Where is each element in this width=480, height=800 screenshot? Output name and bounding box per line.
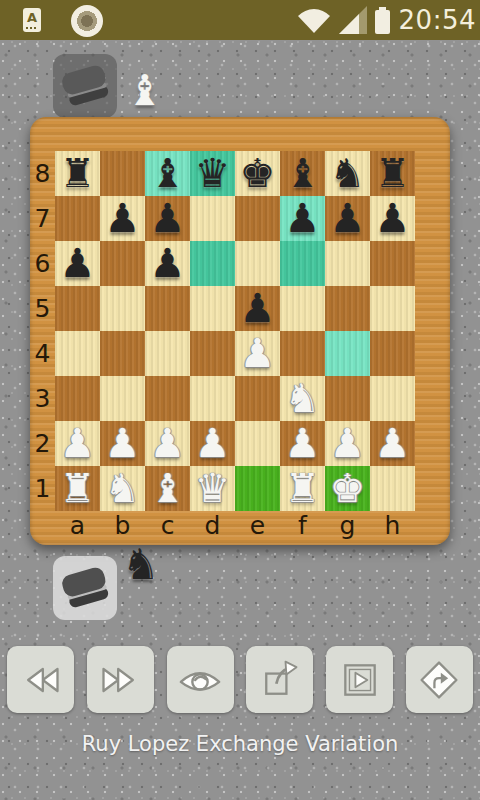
square-g7[interactable]: ♟ [325,196,370,241]
square-d2[interactable]: ♟ [190,421,235,466]
white-knight-f3: ♞ [285,376,321,421]
square-b4[interactable] [100,331,145,376]
black-pawn-g7: ♟ [330,196,366,241]
fast-forward-icon [98,658,142,702]
captured-by-white: ♞ [122,542,160,588]
square-a8[interactable]: ♜ [55,151,100,196]
square-c7[interactable]: ♟ [145,196,190,241]
square-e3[interactable] [235,376,280,421]
square-d6[interactable] [190,241,235,286]
file-label-c: c [145,511,190,541]
square-h3[interactable] [370,376,415,421]
square-g1[interactable]: ♚ [325,466,370,511]
black-pawn-a6: ♟ [60,241,96,286]
rank-label-5: 5 [30,286,55,331]
wifi-icon [296,5,332,35]
square-f5[interactable] [280,286,325,331]
white-bishop-c1: ♝ [150,466,186,511]
black-pawn-c6: ♟ [150,241,186,286]
square-f1[interactable]: ♜ [280,466,325,511]
square-d1[interactable]: ♛ [190,466,235,511]
keyboard-badge-icon: A [23,8,41,32]
square-d7[interactable] [190,196,235,241]
square-f4[interactable] [280,331,325,376]
file-labels: abcdefgh [55,511,415,541]
file-label-f: f [280,511,325,541]
square-f7[interactable]: ♟ [280,196,325,241]
square-g6[interactable] [325,241,370,286]
board-squares: ♜♝♛♚♝♞♜♟♟♟♟♟♟♟♟♟♞♟♟♟♟♟♟♟♜♞♝♛♜♚ [55,151,415,511]
captured-by-black: ♝ [126,68,164,114]
square-a3[interactable] [55,376,100,421]
table-background: ♝ 87654321 ♜♝♛♚♝♞♜♟♟♟♟♟♟♟♟♟♞♟♟♟♟♟♟♟♜♞♝♛♜… [0,40,480,800]
status-bar: A 20:54 [0,0,480,40]
cell-signal-icon [338,5,368,35]
play-icon [338,658,382,702]
square-h2[interactable]: ♟ [370,421,415,466]
rank-label-8: 8 [30,151,55,196]
turn-right-sign-icon [417,658,461,702]
square-h4[interactable] [370,331,415,376]
square-d4[interactable] [190,331,235,376]
share-button[interactable] [246,646,313,713]
square-h8[interactable]: ♜ [370,151,415,196]
square-e5[interactable]: ♟ [235,286,280,331]
square-e7[interactable] [235,196,280,241]
rank-label-1: 1 [30,466,55,511]
square-b1[interactable]: ♞ [100,466,145,511]
square-e6[interactable] [235,241,280,286]
white-opening-book-icon [53,556,117,620]
square-c1[interactable]: ♝ [145,466,190,511]
black-pawn-e5: ♟ [240,286,276,331]
captured-white-bishop: ♝ [126,66,164,115]
square-g8[interactable]: ♞ [325,151,370,196]
opening-name: Ruy Lopez Exchange Variation [0,732,480,756]
square-g3[interactable] [325,376,370,421]
square-c4[interactable] [145,331,190,376]
show-hint-button[interactable] [167,646,234,713]
fast-forward-button[interactable] [87,646,154,713]
rewind-button[interactable] [7,646,74,713]
square-a1[interactable]: ♜ [55,466,100,511]
clock-time: 20:54 [399,5,476,35]
square-h5[interactable] [370,286,415,331]
square-c2[interactable]: ♟ [145,421,190,466]
book-icon [53,556,117,620]
white-pawn-e4: ♟ [240,331,276,376]
square-f6[interactable] [280,241,325,286]
square-d3[interactable] [190,376,235,421]
square-a7[interactable] [55,196,100,241]
square-h6[interactable] [370,241,415,286]
square-a4[interactable] [55,331,100,376]
white-rook-f1: ♜ [285,466,321,511]
white-queen-d1: ♛ [195,466,231,511]
chess-app: A 20:54 [0,0,480,800]
keyboard-badge-letter: A [27,10,37,25]
black-rook-a8: ♜ [60,151,96,196]
square-b3[interactable] [100,376,145,421]
book-icon [53,54,117,118]
black-rook-h8: ♜ [375,151,411,196]
black-queen-d8: ♛ [195,151,231,196]
rank-label-4: 4 [30,331,55,376]
square-c6[interactable]: ♟ [145,241,190,286]
square-d8[interactable]: ♛ [190,151,235,196]
square-f3[interactable]: ♞ [280,376,325,421]
square-b8[interactable] [100,151,145,196]
black-bishop-f8: ♝ [285,151,321,196]
chess-board: 87654321 ♜♝♛♚♝♞♜♟♟♟♟♟♟♟♟♟♞♟♟♟♟♟♟♟♜♞♝♛♜♚ … [30,117,450,545]
white-pawn-d2: ♟ [195,421,231,466]
white-pawn-b2: ♟ [105,421,141,466]
square-a6[interactable]: ♟ [55,241,100,286]
black-pawn-f7: ♟ [285,196,321,241]
rank-label-2: 2 [30,421,55,466]
square-b6[interactable] [100,241,145,286]
file-label-h: h [370,511,415,541]
file-label-g: g [325,511,370,541]
black-king-e8: ♚ [240,151,276,196]
square-e8[interactable]: ♚ [235,151,280,196]
square-e1[interactable] [235,466,280,511]
rank-label-3: 3 [30,376,55,421]
captured-black-knight: ♞ [122,540,160,589]
variation-button[interactable] [406,646,473,713]
white-king-g1: ♚ [330,466,366,511]
eye-icon [177,657,223,703]
file-label-e: e [235,511,280,541]
file-label-d: d [190,511,235,541]
white-knight-b1: ♞ [105,466,141,511]
square-c8[interactable]: ♝ [145,151,190,196]
square-b7[interactable]: ♟ [100,196,145,241]
toolbar [0,646,480,713]
square-f8[interactable]: ♝ [280,151,325,196]
square-c3[interactable] [145,376,190,421]
square-g5[interactable] [325,286,370,331]
rank-labels: 87654321 [30,151,55,511]
file-label-a: a [55,511,100,541]
rewind-icon [19,658,63,702]
square-b2[interactable]: ♟ [100,421,145,466]
file-label-b: b [100,511,145,541]
square-c5[interactable] [145,286,190,331]
keyboard-badge-dots [26,27,36,29]
record-circle-icon [71,5,103,37]
rank-label-6: 6 [30,241,55,286]
black-pawn-b7: ♟ [105,196,141,241]
black-opening-book-icon [53,54,117,118]
black-knight-g8: ♞ [330,151,366,196]
play-button[interactable] [326,646,393,713]
white-pawn-g2: ♟ [330,421,366,466]
black-pawn-h7: ♟ [375,196,411,241]
square-a5[interactable] [55,286,100,331]
square-g4[interactable] [325,331,370,376]
battery-icon [374,5,391,35]
square-g2[interactable]: ♟ [325,421,370,466]
square-b5[interactable] [100,286,145,331]
white-pawn-a2: ♟ [60,421,96,466]
black-pawn-c7: ♟ [150,196,186,241]
black-bishop-c8: ♝ [150,151,186,196]
square-h7[interactable]: ♟ [370,196,415,241]
square-f2[interactable]: ♟ [280,421,325,466]
rank-label-7: 7 [30,196,55,241]
square-d5[interactable] [190,286,235,331]
square-e2[interactable] [235,421,280,466]
white-pawn-f2: ♟ [285,421,321,466]
square-a2[interactable]: ♟ [55,421,100,466]
white-rook-a1: ♜ [60,466,96,511]
white-pawn-h2: ♟ [375,421,411,466]
square-e4[interactable]: ♟ [235,331,280,376]
share-icon [258,658,302,702]
white-pawn-c2: ♟ [150,421,186,466]
square-h1[interactable] [370,466,415,511]
